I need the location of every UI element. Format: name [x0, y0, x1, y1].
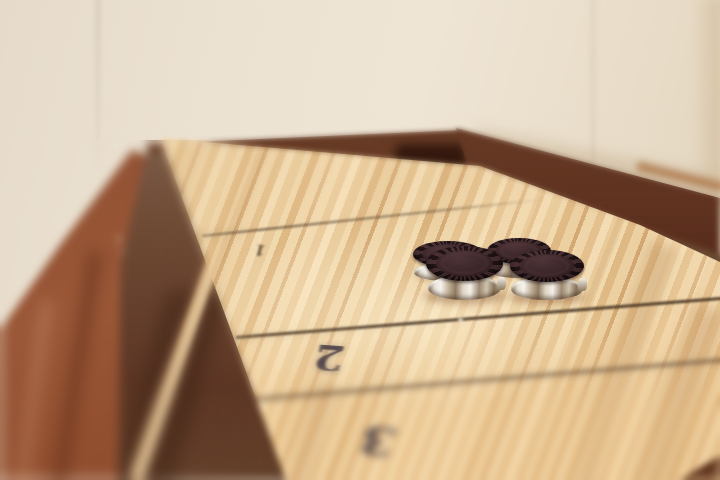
puck-cap [510, 250, 584, 282]
puck-cap [426, 246, 503, 281]
shuffleboard-puck-front-right [510, 250, 584, 300]
depth-of-field-left [0, 140, 262, 480]
puck-chrome-latch [497, 277, 506, 290]
shuffleboard-photo-scene: 1 2 3 [0, 0, 720, 480]
puck-chrome-latch [578, 278, 587, 291]
shuffleboard-puck-front-left [426, 246, 503, 300]
